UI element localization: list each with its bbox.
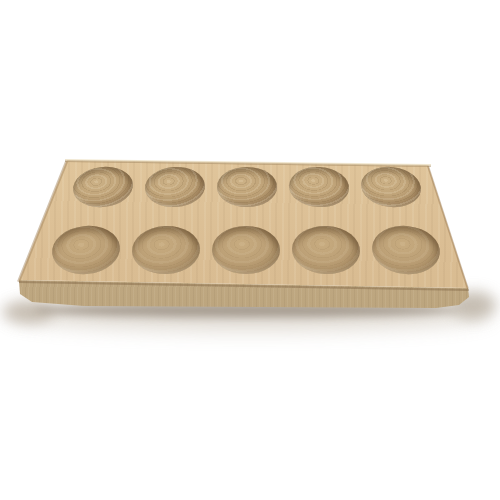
pit-b3[interactable] <box>217 167 277 207</box>
pit-b5[interactable] <box>359 163 423 210</box>
pit-a2[interactable] <box>131 224 201 275</box>
mancala-board <box>0 0 500 500</box>
pit-a5[interactable] <box>370 223 443 278</box>
product-photo-scene <box>0 0 500 500</box>
pit-row-back <box>67 163 427 210</box>
pit-a1[interactable] <box>50 223 123 278</box>
pit-b1[interactable] <box>71 163 135 210</box>
pit-b4[interactable] <box>288 165 350 209</box>
pit-a4[interactable] <box>291 224 361 275</box>
pit-row-front <box>46 225 446 275</box>
pit-a3[interactable] <box>212 226 280 274</box>
pit-b2[interactable] <box>144 165 206 209</box>
